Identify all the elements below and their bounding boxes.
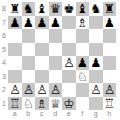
black-bishop-icon[interactable]: ♝: [77, 2, 88, 16]
square-f1[interactable]: [76, 97, 90, 111]
square-d4[interactable]: [49, 56, 63, 70]
square-b1[interactable]: ♘: [22, 97, 36, 111]
black-rook-icon[interactable]: ♜: [9, 2, 20, 16]
white-pawn-icon[interactable]: ♙: [23, 83, 34, 97]
rank-label-4: 4: [0, 56, 8, 70]
square-h1[interactable]: ♖: [103, 97, 117, 111]
black-bishop-icon[interactable]: ♝: [36, 2, 47, 16]
file-labels: abcdefgh: [8, 110, 116, 120]
square-d6[interactable]: [49, 29, 63, 43]
square-e1[interactable]: ♔: [62, 97, 76, 111]
white-pawn-icon[interactable]: ♙: [63, 56, 74, 70]
chess-board-diagram: 87654321 ♜♞♝♛♚♝♞♜♟♟♟♟♗♟♙♟♟♘♙♙♙♙♙♙♖♘♗♕♔♖ …: [0, 0, 120, 120]
white-pawn-icon[interactable]: ♙: [9, 83, 20, 97]
square-e6[interactable]: [62, 29, 76, 43]
file-label-f: f: [76, 110, 90, 120]
square-g1[interactable]: [89, 97, 103, 111]
white-king-icon[interactable]: ♔: [63, 96, 74, 110]
black-queen-icon[interactable]: ♛: [50, 2, 61, 16]
white-pawn-icon[interactable]: ♙: [104, 83, 115, 97]
square-e7[interactable]: [62, 16, 76, 30]
square-a6[interactable]: [8, 29, 22, 43]
square-d5[interactable]: [49, 43, 63, 57]
black-pawn-icon[interactable]: ♟: [104, 15, 115, 29]
black-pawn-icon[interactable]: ♟: [36, 15, 47, 29]
rank-label-6: 6: [0, 29, 8, 43]
rank-label-3: 3: [0, 70, 8, 84]
square-b6[interactable]: [22, 29, 36, 43]
black-king-icon[interactable]: ♚: [63, 2, 74, 16]
black-rook-icon[interactable]: ♜: [104, 2, 115, 16]
square-g4[interactable]: ♟: [89, 56, 103, 70]
square-e8[interactable]: ♚: [62, 2, 76, 16]
white-queen-icon[interactable]: ♕: [50, 96, 61, 110]
file-label-g: g: [89, 110, 103, 120]
square-a5[interactable]: [8, 43, 22, 57]
black-knight-icon[interactable]: ♞: [90, 2, 101, 16]
square-c4[interactable]: [35, 56, 49, 70]
square-h6[interactable]: [103, 29, 117, 43]
white-knight-icon[interactable]: ♘: [23, 96, 34, 110]
rank-label-1: 1: [0, 97, 8, 111]
square-c5[interactable]: [35, 43, 49, 57]
square-c6[interactable]: [35, 29, 49, 43]
square-h4[interactable]: [103, 56, 117, 70]
white-pawn-icon[interactable]: ♙: [50, 83, 61, 97]
white-knight-icon[interactable]: ♘: [77, 69, 88, 83]
black-pawn-icon[interactable]: ♟: [9, 15, 20, 29]
square-b7[interactable]: ♟: [22, 16, 36, 30]
white-pawn-icon[interactable]: ♙: [90, 83, 101, 97]
black-pawn-icon[interactable]: ♟: [90, 56, 101, 70]
square-c7[interactable]: ♟: [35, 16, 49, 30]
square-h7[interactable]: ♟: [103, 16, 117, 30]
rank-label-2: 2: [0, 83, 8, 97]
white-rook-icon[interactable]: ♖: [104, 96, 115, 110]
rank-label-8: 8: [0, 2, 8, 16]
square-g7[interactable]: [89, 16, 103, 30]
chess-board: ♜♞♝♛♚♝♞♜♟♟♟♟♗♟♙♟♟♘♙♙♙♙♙♙♖♘♗♕♔♖: [8, 2, 116, 110]
black-pawn-icon[interactable]: ♟: [50, 15, 61, 29]
square-a7[interactable]: ♟: [8, 16, 22, 30]
white-bishop-icon[interactable]: ♗: [36, 96, 47, 110]
black-knight-icon[interactable]: ♞: [23, 2, 34, 16]
white-pawn-icon[interactable]: ♙: [36, 83, 47, 97]
square-h5[interactable]: [103, 43, 117, 57]
rank-label-7: 7: [0, 16, 8, 30]
square-b5[interactable]: [22, 43, 36, 57]
square-f7[interactable]: ♗: [76, 16, 90, 30]
white-bishop-icon[interactable]: ♗: [77, 15, 88, 29]
square-f2[interactable]: [76, 83, 90, 97]
square-d7[interactable]: ♟: [49, 16, 63, 30]
file-label-d: d: [49, 110, 63, 120]
file-label-b: b: [22, 110, 36, 120]
square-g6[interactable]: [89, 29, 103, 43]
file-label-e: e: [62, 110, 76, 120]
square-a4[interactable]: [8, 56, 22, 70]
file-label-c: c: [35, 110, 49, 120]
file-label-h: h: [103, 110, 117, 120]
black-pawn-icon[interactable]: ♟: [23, 15, 34, 29]
square-d1[interactable]: ♕: [49, 97, 63, 111]
square-b4[interactable]: [22, 56, 36, 70]
square-a1[interactable]: ♖: [8, 97, 22, 111]
square-e4[interactable]: ♙: [62, 56, 76, 70]
rank-labels: 87654321: [0, 2, 8, 110]
square-f3[interactable]: ♘: [76, 70, 90, 84]
rank-label-5: 5: [0, 43, 8, 57]
square-g8[interactable]: ♞: [89, 2, 103, 16]
square-f6[interactable]: [76, 29, 90, 43]
file-label-a: a: [8, 110, 22, 120]
square-g2[interactable]: ♙: [89, 83, 103, 97]
square-c1[interactable]: ♗: [35, 97, 49, 111]
white-rook-icon[interactable]: ♖: [9, 96, 20, 110]
square-e3[interactable]: [62, 70, 76, 84]
black-pawn-icon[interactable]: ♟: [77, 56, 88, 70]
